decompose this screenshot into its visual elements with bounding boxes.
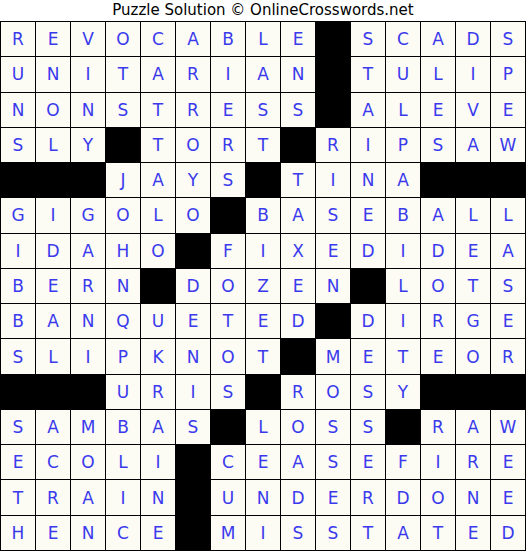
letter-cell-r7c13: D (421, 234, 456, 269)
letter-cell-r9c13: R (421, 304, 456, 339)
letter-cell-r3c15: E (491, 93, 526, 128)
letter-cell-r13c15: E (491, 445, 526, 480)
black-cell-r13c6 (176, 445, 211, 480)
letter-cell-r14c4: I (106, 480, 141, 515)
letter-cell-r8c1: B (1, 269, 36, 304)
letter-cell-r14c1: T (1, 480, 36, 515)
letter-cell-r9c5: U (141, 304, 176, 339)
letter-cell-r13c11: E (351, 445, 386, 480)
letter-cell-r10c8: T (246, 339, 281, 374)
letter-cell-r14c12: D (386, 480, 421, 515)
letter-cell-r8c13: O (421, 269, 456, 304)
letter-cell-r3c6: R (176, 93, 211, 128)
letter-cell-r1c15: S (491, 22, 526, 57)
letter-cell-r7c15: A (491, 234, 526, 269)
letter-cell-r6c13: A (421, 198, 456, 233)
letter-cell-r8c2: E (36, 269, 71, 304)
letter-cell-r9c4: Q (106, 304, 141, 339)
black-cell-r5c3 (71, 163, 106, 198)
letter-cell-r9c7: T (211, 304, 246, 339)
black-cell-r12c7 (211, 410, 246, 445)
letter-cell-r1c3: V (71, 22, 106, 57)
letter-cell-r13c9: A (281, 445, 316, 480)
letter-cell-r13c2: C (36, 445, 71, 480)
letter-cell-r2c1: U (1, 57, 36, 92)
letter-cell-r3c12: L (386, 93, 421, 128)
black-cell-r5c14 (456, 163, 491, 198)
letter-cell-r13c14: R (456, 445, 491, 480)
letter-cell-r11c10: O (316, 375, 351, 410)
letter-cell-r3c11: A (351, 93, 386, 128)
letter-cell-r13c8: E (246, 445, 281, 480)
letter-cell-r15c13: T (421, 516, 456, 551)
letter-cell-r6c9: A (281, 198, 316, 233)
letter-cell-r4c8: T (246, 128, 281, 163)
letter-cell-r10c15: R (491, 339, 526, 374)
letter-cell-r12c6: S (176, 410, 211, 445)
letter-cell-r15c12: A (386, 516, 421, 551)
letter-cell-r5c9: T (281, 163, 316, 198)
black-cell-r11c1 (1, 375, 36, 410)
letter-cell-r10c5: K (141, 339, 176, 374)
letter-cell-r3c3: N (71, 93, 106, 128)
letter-cell-r11c7: S (211, 375, 246, 410)
black-cell-r5c13 (421, 163, 456, 198)
letter-cell-r4c10: R (316, 128, 351, 163)
letter-cell-r10c10: M (316, 339, 351, 374)
letter-cell-r11c4: U (106, 375, 141, 410)
letter-cell-r12c15: W (491, 410, 526, 445)
letter-cell-r3c4: S (106, 93, 141, 128)
letter-cell-r8c15: S (491, 269, 526, 304)
letter-cell-r8c10: N (316, 269, 351, 304)
black-cell-r11c2 (36, 375, 71, 410)
letter-cell-r6c4: O (106, 198, 141, 233)
letter-cell-r10c12: T (386, 339, 421, 374)
black-cell-r5c15 (491, 163, 526, 198)
letter-cell-r3c5: T (141, 93, 176, 128)
letter-cell-r8c6: D (176, 269, 211, 304)
letter-cell-r14c8: N (246, 480, 281, 515)
letter-cell-r7c4: H (106, 234, 141, 269)
letter-cell-r14c2: R (36, 480, 71, 515)
letter-cell-r14c11: R (351, 480, 386, 515)
letter-cell-r13c7: C (211, 445, 246, 480)
letter-cell-r9c8: E (246, 304, 281, 339)
letter-cell-r10c11: E (351, 339, 386, 374)
letter-cell-r2c11: T (351, 57, 386, 92)
letter-cell-r6c6: O (176, 198, 211, 233)
letter-cell-r7c3: A (71, 234, 106, 269)
letter-cell-r11c12: Y (386, 375, 421, 410)
letter-cell-r2c9: N (281, 57, 316, 92)
letter-cell-r10c7: O (211, 339, 246, 374)
letter-cell-r15c1: H (1, 516, 36, 551)
letter-cell-r15c5: E (141, 516, 176, 551)
letter-cell-r12c9: O (281, 410, 316, 445)
letter-cell-r6c8: B (246, 198, 281, 233)
letter-cell-r9c15: E (491, 304, 526, 339)
letter-cell-r13c10: S (316, 445, 351, 480)
letter-cell-r4c7: R (211, 128, 246, 163)
letter-cell-r1c6: A (176, 22, 211, 57)
letter-cell-r1c4: O (106, 22, 141, 57)
black-cell-r4c9 (281, 128, 316, 163)
letter-cell-r15c7: M (211, 516, 246, 551)
letter-cell-r2c13: L (421, 57, 456, 92)
letter-cell-r15c8: I (246, 516, 281, 551)
letter-cell-r1c7: B (211, 22, 246, 57)
letter-cell-r5c6: Y (176, 163, 211, 198)
letter-cell-r14c14: N (456, 480, 491, 515)
letter-cell-r15c3: N (71, 516, 106, 551)
black-cell-r15c6 (176, 516, 211, 551)
letter-cell-r4c6: O (176, 128, 211, 163)
letter-cell-r11c9: R (281, 375, 316, 410)
letter-cell-r1c2: E (36, 22, 71, 57)
letter-cell-r10c14: O (456, 339, 491, 374)
letter-cell-r1c8: L (246, 22, 281, 57)
letter-cell-r2c4: T (106, 57, 141, 92)
black-cell-r4c4 (106, 128, 141, 163)
letter-cell-r11c6: I (176, 375, 211, 410)
letter-cell-r5c12: A (386, 163, 421, 198)
letter-cell-r8c14: T (456, 269, 491, 304)
black-cell-r9c10 (316, 304, 351, 339)
letter-cell-r8c3: R (71, 269, 106, 304)
black-cell-r11c13 (421, 375, 456, 410)
letter-cell-r14c7: U (211, 480, 246, 515)
black-cell-r11c3 (71, 375, 106, 410)
letter-cell-r9c11: D (351, 304, 386, 339)
letter-cell-r2c14: I (456, 57, 491, 92)
letter-cell-r6c1: G (1, 198, 36, 233)
black-cell-r5c1 (1, 163, 36, 198)
letter-cell-r7c10: E (316, 234, 351, 269)
letter-cell-r7c7: F (211, 234, 246, 269)
black-cell-r10c9 (281, 339, 316, 374)
black-cell-r7c6 (176, 234, 211, 269)
page-title: Puzzle Solution © OnlineCrosswords.net (0, 0, 526, 21)
letter-cell-r1c5: C (141, 22, 176, 57)
letter-cell-r3c8: S (246, 93, 281, 128)
letter-cell-r4c15: W (491, 128, 526, 163)
letter-cell-r12c1: S (1, 410, 36, 445)
letter-cell-r7c12: I (386, 234, 421, 269)
letter-cell-r5c4: J (106, 163, 141, 198)
letter-cell-r11c11: S (351, 375, 386, 410)
letter-cell-r11c5: R (141, 375, 176, 410)
letter-cell-r5c5: A (141, 163, 176, 198)
letter-cell-r1c12: C (386, 22, 421, 57)
black-cell-r8c5 (141, 269, 176, 304)
letter-cell-r13c13: I (421, 445, 456, 480)
letter-cell-r12c13: R (421, 410, 456, 445)
black-cell-r11c15 (491, 375, 526, 410)
letter-cell-r7c9: X (281, 234, 316, 269)
letter-cell-r7c11: D (351, 234, 386, 269)
black-cell-r11c14 (456, 375, 491, 410)
letter-cell-r2c7: I (211, 57, 246, 92)
crossword-grid: REVOCABLESCADSUNITARIANTULIPNONSTRESSALE… (0, 21, 526, 551)
letter-cell-r6c12: B (386, 198, 421, 233)
letter-cell-r7c8: I (246, 234, 281, 269)
letter-cell-r1c13: A (421, 22, 456, 57)
letter-cell-r14c13: O (421, 480, 456, 515)
letter-cell-r8c4: N (106, 269, 141, 304)
letter-cell-r14c9: D (281, 480, 316, 515)
letter-cell-r9c1: B (1, 304, 36, 339)
letter-cell-r13c4: L (106, 445, 141, 480)
letter-cell-r8c9: E (281, 269, 316, 304)
black-cell-r5c2 (36, 163, 71, 198)
letter-cell-r13c3: O (71, 445, 106, 480)
letter-cell-r12c5: A (141, 410, 176, 445)
letter-cell-r15c9: S (281, 516, 316, 551)
letter-cell-r13c12: F (386, 445, 421, 480)
letter-cell-r6c2: I (36, 198, 71, 233)
letter-cell-r15c11: T (351, 516, 386, 551)
letter-cell-r2c2: N (36, 57, 71, 92)
letter-cell-r2c15: P (491, 57, 526, 92)
black-cell-r12c12 (386, 410, 421, 445)
letter-cell-r8c8: Z (246, 269, 281, 304)
black-cell-r5c8 (246, 163, 281, 198)
letter-cell-r15c2: E (36, 516, 71, 551)
letter-cell-r4c14: A (456, 128, 491, 163)
letter-cell-r10c2: L (36, 339, 71, 374)
letter-cell-r9c9: D (281, 304, 316, 339)
letter-cell-r10c3: I (71, 339, 106, 374)
letter-cell-r2c5: A (141, 57, 176, 92)
letter-cell-r9c12: I (386, 304, 421, 339)
letter-cell-r1c11: S (351, 22, 386, 57)
letter-cell-r4c12: P (386, 128, 421, 163)
letter-cell-r12c8: L (246, 410, 281, 445)
letter-cell-r7c1: I (1, 234, 36, 269)
letter-cell-r7c5: O (141, 234, 176, 269)
letter-cell-r6c3: G (71, 198, 106, 233)
crossword-solution-page: Puzzle Solution © OnlineCrosswords.net R… (0, 0, 526, 551)
letter-cell-r4c11: I (351, 128, 386, 163)
letter-cell-r14c15: E (491, 480, 526, 515)
black-cell-r6c7 (211, 198, 246, 233)
letter-cell-r10c4: P (106, 339, 141, 374)
black-cell-r1c10 (316, 22, 351, 57)
letter-cell-r1c14: D (456, 22, 491, 57)
letter-cell-r1c9: E (281, 22, 316, 57)
letter-cell-r12c3: M (71, 410, 106, 445)
letter-cell-r9c6: E (176, 304, 211, 339)
letter-cell-r4c2: L (36, 128, 71, 163)
letter-cell-r3c7: E (211, 93, 246, 128)
letter-cell-r3c2: O (36, 93, 71, 128)
letter-cell-r15c10: S (316, 516, 351, 551)
letter-cell-r9c2: A (36, 304, 71, 339)
letter-cell-r10c1: S (1, 339, 36, 374)
letter-cell-r15c14: E (456, 516, 491, 551)
letter-cell-r3c1: N (1, 93, 36, 128)
letter-cell-r5c10: I (316, 163, 351, 198)
letter-cell-r4c3: Y (71, 128, 106, 163)
black-cell-r3c10 (316, 93, 351, 128)
letter-cell-r6c5: L (141, 198, 176, 233)
letter-cell-r5c7: S (211, 163, 246, 198)
letter-cell-r14c5: N (141, 480, 176, 515)
letter-cell-r4c1: S (1, 128, 36, 163)
letter-cell-r7c14: E (456, 234, 491, 269)
letter-cell-r10c13: E (421, 339, 456, 374)
letter-cell-r9c14: G (456, 304, 491, 339)
letter-cell-r1c1: R (1, 22, 36, 57)
letter-cell-r3c9: S (281, 93, 316, 128)
letter-cell-r12c2: A (36, 410, 71, 445)
letter-cell-r4c13: S (421, 128, 456, 163)
letter-cell-r6c14: L (456, 198, 491, 233)
letter-cell-r15c15: D (491, 516, 526, 551)
letter-cell-r5c11: N (351, 163, 386, 198)
black-cell-r11c8 (246, 375, 281, 410)
letter-cell-r9c3: N (71, 304, 106, 339)
black-cell-r2c10 (316, 57, 351, 92)
black-cell-r14c6 (176, 480, 211, 515)
black-cell-r8c11 (351, 269, 386, 304)
letter-cell-r6c15: L (491, 198, 526, 233)
letter-cell-r4c5: T (141, 128, 176, 163)
letter-cell-r10c6: N (176, 339, 211, 374)
letter-cell-r2c8: A (246, 57, 281, 92)
letter-cell-r3c14: V (456, 93, 491, 128)
letter-cell-r13c1: E (1, 445, 36, 480)
letter-cell-r12c10: S (316, 410, 351, 445)
letter-cell-r8c7: O (211, 269, 246, 304)
letter-cell-r13c5: I (141, 445, 176, 480)
letter-cell-r2c3: I (71, 57, 106, 92)
letter-cell-r14c3: A (71, 480, 106, 515)
letter-cell-r12c11: S (351, 410, 386, 445)
letter-cell-r3c13: E (421, 93, 456, 128)
letter-cell-r12c14: A (456, 410, 491, 445)
letter-cell-r12c4: B (106, 410, 141, 445)
letter-cell-r7c2: D (36, 234, 71, 269)
letter-cell-r6c11: E (351, 198, 386, 233)
letter-cell-r6c10: S (316, 198, 351, 233)
letter-cell-r2c6: R (176, 57, 211, 92)
letter-cell-r15c4: C (106, 516, 141, 551)
letter-cell-r8c12: L (386, 269, 421, 304)
letter-cell-r2c12: U (386, 57, 421, 92)
letter-cell-r14c10: E (316, 480, 351, 515)
